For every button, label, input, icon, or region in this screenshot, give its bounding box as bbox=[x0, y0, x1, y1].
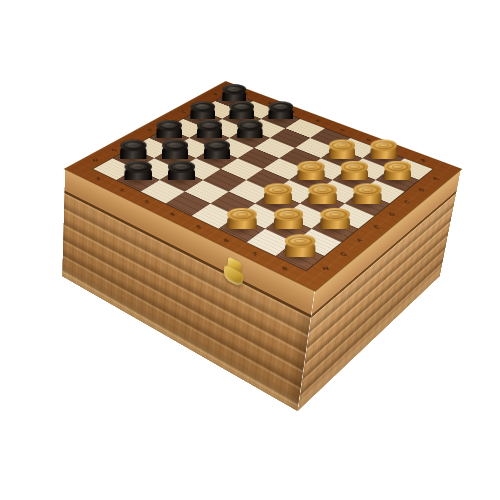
checker-top bbox=[124, 160, 151, 172]
file-label-left-D: D bbox=[158, 114, 177, 127]
checker-top bbox=[297, 160, 324, 172]
checker-top bbox=[274, 207, 304, 220]
rank-label-top-3: 3 bbox=[278, 108, 309, 115]
rank-label-top-7: 7 bbox=[378, 146, 412, 154]
rank-label-top-2: 2 bbox=[255, 99, 285, 106]
checker-top bbox=[197, 119, 223, 130]
checker-top bbox=[237, 119, 263, 130]
checker-top bbox=[340, 160, 367, 172]
checker-top bbox=[353, 183, 382, 196]
checker-top bbox=[229, 101, 254, 112]
checker-top bbox=[227, 207, 257, 220]
rank-label-top-4: 4 bbox=[302, 117, 334, 124]
product-photo-scene: 1122334455667788AABBCCDDEEFFGGHH bbox=[0, 0, 500, 500]
checker-top bbox=[285, 234, 316, 248]
rank-label-top-6: 6 bbox=[352, 136, 385, 143]
file-label-left-G: G bbox=[105, 142, 123, 156]
rank-label-top-5: 5 bbox=[326, 126, 358, 133]
file-label-left-H: H bbox=[86, 153, 104, 168]
checker-top bbox=[263, 183, 292, 196]
checker-top bbox=[384, 160, 411, 172]
file-label-left-B: B bbox=[191, 96, 210, 108]
checker-top bbox=[329, 139, 356, 151]
game-box-lid-top: 1122334455667788AABBCCDDEEFFGGHH bbox=[64, 81, 463, 292]
file-label-left-F: F bbox=[124, 133, 142, 147]
rank-label-top-1: 1 bbox=[232, 91, 261, 97]
checker-top bbox=[168, 160, 195, 172]
checker-top bbox=[203, 139, 230, 151]
checker-top bbox=[162, 139, 189, 151]
checker-top bbox=[308, 183, 337, 196]
checker-top bbox=[320, 207, 350, 220]
